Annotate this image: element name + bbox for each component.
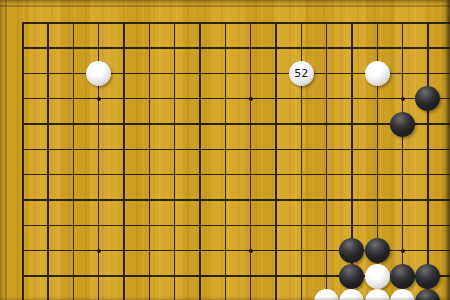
grid-line-vertical: [199, 22, 201, 300]
grid-line-vertical: [427, 22, 429, 300]
star-point: [401, 97, 405, 101]
grid-line-horizontal: [22, 199, 450, 201]
stone-black: [390, 112, 415, 137]
grid-line-vertical: [22, 22, 24, 300]
grid-line-vertical: [47, 22, 49, 300]
stone-white: [314, 289, 339, 300]
star-point: [249, 97, 253, 101]
stone-black: [390, 264, 415, 289]
grid-line-vertical: [123, 22, 125, 300]
stone-white: [365, 264, 390, 289]
stone-white: 52: [289, 61, 314, 86]
grid-line-horizontal: [22, 149, 450, 151]
grid-line-horizontal: [22, 98, 450, 100]
grid-line-horizontal: [22, 22, 450, 24]
grid-line-horizontal: [22, 225, 450, 227]
stone-white: [86, 61, 111, 86]
stone-black: [339, 238, 364, 263]
grid-line-vertical: [326, 22, 328, 300]
grid-line-vertical: [250, 22, 252, 300]
star-point: [97, 249, 101, 253]
grid-line-horizontal: [22, 123, 450, 125]
star-point: [249, 249, 253, 253]
grid-line-vertical: [225, 22, 227, 300]
stone-black: [415, 86, 440, 111]
grid-line-vertical: [174, 22, 176, 300]
grid-line-vertical: [402, 22, 404, 300]
stone-white: [390, 289, 415, 300]
go-board[interactable]: 52: [0, 0, 450, 300]
stone-black: [339, 264, 364, 289]
star-point: [97, 97, 101, 101]
stone-white: [365, 289, 390, 300]
stone-white: [339, 289, 364, 300]
grid-line-horizontal: [22, 47, 450, 49]
grid-line-vertical: [149, 22, 151, 300]
move-number-label: 52: [294, 68, 308, 79]
stone-black: [415, 264, 440, 289]
grid-line-horizontal: [22, 174, 450, 176]
grid-line-vertical: [275, 22, 277, 300]
grid-line-vertical: [73, 22, 75, 300]
stone-white: [365, 61, 390, 86]
stone-black: [415, 289, 440, 300]
star-point: [401, 249, 405, 253]
go-app-window: 52: [0, 0, 450, 300]
stone-black: [365, 238, 390, 263]
